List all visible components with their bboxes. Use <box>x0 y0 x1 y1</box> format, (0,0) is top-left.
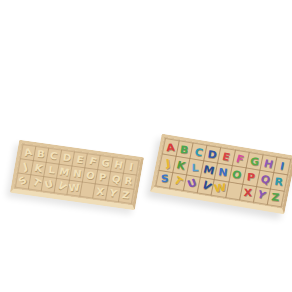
letter-tile-Y: Y <box>256 189 267 201</box>
tray-compartment <box>80 183 94 198</box>
letter-tile-M: M <box>203 164 216 176</box>
letter-tile-Y: Y <box>108 188 118 199</box>
colored-wood-letter-tray: ABCDEFGHIJKLMNOPQRSTUVWXYZ <box>150 134 292 215</box>
tray-compartment: R <box>122 174 136 189</box>
letter-tile-F: F <box>88 156 98 167</box>
letter-tile-K: K <box>176 160 187 172</box>
product-photo-scene: ABCDEFGHIJKLMNOPQRSTUVWXYZ ABCDEFGHIJKLM… <box>0 0 292 292</box>
tray-compartment: A <box>21 145 35 160</box>
letter-tile-S: S <box>160 174 168 184</box>
letter-tile-G: G <box>101 158 110 168</box>
letter-tile-U: U <box>44 179 54 190</box>
letter-tile-D: D <box>62 153 71 163</box>
tray-compartment: C <box>47 149 61 164</box>
letter-tile-D: D <box>207 149 218 160</box>
tray-compartment: M <box>57 165 71 180</box>
natural-wood-letter-tray: ABCDEFGHIJKLMNOPQRSTUVWXYZ <box>10 140 144 211</box>
letter-tile-W: W <box>213 183 226 195</box>
letter-tile-A: A <box>24 147 33 158</box>
letter-tile-F: F <box>235 153 245 165</box>
tray-compartment: V <box>55 179 69 194</box>
letter-tile-O: O <box>85 170 96 181</box>
tray-compartment: J <box>19 159 33 174</box>
letter-tile-H: H <box>113 160 123 171</box>
letter-tile-L: L <box>192 163 199 173</box>
letter-tile-J: J <box>23 162 29 172</box>
tray-compartment: B <box>34 147 48 162</box>
letter-tile-E: E <box>75 155 84 166</box>
tray-compartment: T <box>29 175 43 190</box>
letter-tile-E: E <box>222 151 232 162</box>
letter-tile-Q: Q <box>110 174 121 185</box>
letter-tile-R: R <box>124 176 133 186</box>
tray-compartment: N <box>70 167 84 182</box>
letter-tile-Z: Z <box>271 192 280 203</box>
tray-compartment: O <box>83 168 97 183</box>
letter-tile-B: B <box>37 149 46 159</box>
tray-compartment: L <box>44 163 58 178</box>
tray-compartment: G <box>98 156 112 171</box>
letter-tile-W: W <box>69 183 80 193</box>
letter-tile-I: I <box>128 162 133 172</box>
letter-tile-C: C <box>49 151 58 162</box>
tray-compartment: I <box>124 160 138 175</box>
letter-tile-K: K <box>34 163 44 174</box>
letter-tile-G: G <box>249 156 259 167</box>
letter-tile-Q: Q <box>259 174 271 186</box>
letter-tile-R: R <box>274 176 284 187</box>
tray-compartment: F <box>85 154 99 169</box>
tray-compartment: W <box>68 181 82 196</box>
letter-tile-P: P <box>99 173 107 183</box>
letter-tile-H: H <box>262 158 274 170</box>
letter-tile-J: J <box>165 158 170 169</box>
letter-tile-S: S <box>18 175 29 187</box>
tray-compartment: Z <box>119 188 133 203</box>
letter-tile-B: B <box>180 144 190 155</box>
tray-compartment: Z <box>268 189 284 206</box>
tray-compartment: P <box>96 170 110 185</box>
letter-tile-U: U <box>186 178 198 190</box>
letter-tile-N: N <box>218 167 228 178</box>
letter-tile-M: M <box>58 167 70 178</box>
tray-compartment: X <box>93 184 107 199</box>
letter-tile-O: O <box>231 169 243 181</box>
letter-tile-A: A <box>166 142 175 153</box>
letter-tile-L: L <box>48 165 55 175</box>
tray-compartment: R <box>271 173 287 190</box>
letter-tile-P: P <box>247 172 256 183</box>
tray-compartment: I <box>274 158 290 175</box>
letter-tile-N: N <box>72 169 82 179</box>
letter-tile-T: T <box>172 175 185 187</box>
tray-compartment: U <box>42 177 56 192</box>
tray-compartment: Y <box>106 186 120 201</box>
letter-tile-T: T <box>30 177 41 189</box>
letter-tile-Z: Z <box>122 190 130 200</box>
letter-tile-X: X <box>243 188 252 198</box>
tray-compartment: K <box>31 161 45 176</box>
tray-compartment: H <box>111 158 125 173</box>
letter-tile-C: C <box>193 146 203 158</box>
tray-compartment: Q <box>109 172 123 187</box>
tray-compartment: S <box>16 174 30 189</box>
letter-tile-X: X <box>96 187 105 197</box>
tray-compartment: E <box>73 152 87 167</box>
letter-tile-V: V <box>56 180 68 192</box>
letter-tile-I: I <box>279 161 285 172</box>
letter-tile-V: V <box>200 180 213 193</box>
tray-compartment: D <box>60 151 74 166</box>
